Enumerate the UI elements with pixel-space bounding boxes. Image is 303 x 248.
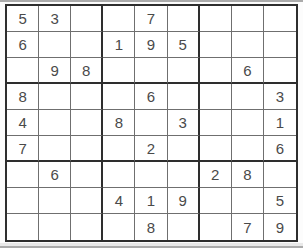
cell-r7c8[interactable]: 8 xyxy=(232,162,264,188)
cell-r2c3[interactable] xyxy=(71,32,103,58)
cell-r8c7[interactable] xyxy=(200,188,232,214)
cell-r1c3[interactable] xyxy=(71,6,103,32)
cell-r7c3[interactable] xyxy=(71,162,103,188)
cell-r4c3[interactable] xyxy=(71,84,103,110)
sudoku-board: 537619598686348317266284195879 xyxy=(5,4,298,242)
cell-r3c1[interactable] xyxy=(7,58,39,84)
cell-r6c9[interactable]: 6 xyxy=(264,136,296,162)
cell-r2c7[interactable] xyxy=(200,32,232,58)
cell-r3c3[interactable]: 8 xyxy=(71,58,103,84)
cell-r7c1[interactable] xyxy=(7,162,39,188)
cell-r9c5[interactable]: 8 xyxy=(135,214,167,240)
cell-r4c4[interactable] xyxy=(103,84,135,110)
cell-r1c5[interactable]: 7 xyxy=(135,6,167,32)
cell-r3c8[interactable]: 6 xyxy=(232,58,264,84)
cell-r6c8[interactable] xyxy=(232,136,264,162)
cell-r5c5[interactable] xyxy=(135,110,167,136)
cell-r6c3[interactable] xyxy=(71,136,103,162)
cell-r5c4[interactable]: 8 xyxy=(103,110,135,136)
cell-r4c7[interactable] xyxy=(200,84,232,110)
cell-r9c9[interactable]: 9 xyxy=(264,214,296,240)
cell-r1c6[interactable] xyxy=(168,6,200,32)
cell-r4c6[interactable] xyxy=(168,84,200,110)
cell-r4c1[interactable]: 8 xyxy=(7,84,39,110)
cell-r7c2[interactable]: 6 xyxy=(39,162,71,188)
cell-r7c7[interactable]: 2 xyxy=(200,162,232,188)
cell-r1c9[interactable] xyxy=(264,6,296,32)
cell-r1c7[interactable] xyxy=(200,6,232,32)
cell-r5c8[interactable] xyxy=(232,110,264,136)
cell-r1c8[interactable] xyxy=(232,6,264,32)
cell-r1c2[interactable]: 3 xyxy=(39,6,71,32)
cell-r4c2[interactable] xyxy=(39,84,71,110)
cell-r2c5[interactable]: 9 xyxy=(135,32,167,58)
cell-r6c5[interactable]: 2 xyxy=(135,136,167,162)
cell-r3c9[interactable] xyxy=(264,58,296,84)
cell-r6c6[interactable] xyxy=(168,136,200,162)
cell-r5c9[interactable]: 1 xyxy=(264,110,296,136)
cell-r9c7[interactable] xyxy=(200,214,232,240)
cell-r8c4[interactable]: 4 xyxy=(103,188,135,214)
cell-r8c3[interactable] xyxy=(71,188,103,214)
cell-r5c1[interactable]: 4 xyxy=(7,110,39,136)
cell-r4c9[interactable]: 3 xyxy=(264,84,296,110)
cell-r8c2[interactable] xyxy=(39,188,71,214)
cell-r4c8[interactable] xyxy=(232,84,264,110)
cell-r3c6[interactable] xyxy=(168,58,200,84)
cell-r6c2[interactable] xyxy=(39,136,71,162)
cell-r5c3[interactable] xyxy=(71,110,103,136)
cell-r9c1[interactable] xyxy=(7,214,39,240)
cell-r5c2[interactable] xyxy=(39,110,71,136)
cell-r8c5[interactable]: 1 xyxy=(135,188,167,214)
cell-r3c5[interactable] xyxy=(135,58,167,84)
cell-r7c9[interactable] xyxy=(264,162,296,188)
cell-r2c1[interactable]: 6 xyxy=(7,32,39,58)
cell-r3c7[interactable] xyxy=(200,58,232,84)
cell-r1c1[interactable]: 5 xyxy=(7,6,39,32)
cell-r9c3[interactable] xyxy=(71,214,103,240)
cell-r1c4[interactable] xyxy=(103,6,135,32)
cell-r2c8[interactable] xyxy=(232,32,264,58)
cell-r9c8[interactable]: 7 xyxy=(232,214,264,240)
cell-r2c2[interactable] xyxy=(39,32,71,58)
cell-r9c4[interactable] xyxy=(103,214,135,240)
cell-r3c2[interactable]: 9 xyxy=(39,58,71,84)
cell-r5c7[interactable] xyxy=(200,110,232,136)
cell-r7c6[interactable] xyxy=(168,162,200,188)
bottom-strip xyxy=(0,243,303,248)
cell-r6c4[interactable] xyxy=(103,136,135,162)
cell-r7c4[interactable] xyxy=(103,162,135,188)
cell-r6c7[interactable] xyxy=(200,136,232,162)
cell-r5c6[interactable]: 3 xyxy=(168,110,200,136)
cell-r8c8[interactable] xyxy=(232,188,264,214)
cell-r2c4[interactable]: 1 xyxy=(103,32,135,58)
cell-r9c6[interactable] xyxy=(168,214,200,240)
cell-r3c4[interactable] xyxy=(103,58,135,84)
cell-r2c9[interactable] xyxy=(264,32,296,58)
cell-r8c6[interactable]: 9 xyxy=(168,188,200,214)
top-rule xyxy=(0,0,303,2)
cell-r6c1[interactable]: 7 xyxy=(7,136,39,162)
cell-r2c6[interactable]: 5 xyxy=(168,32,200,58)
cell-r7c5[interactable] xyxy=(135,162,167,188)
cell-r4c5[interactable]: 6 xyxy=(135,84,167,110)
cell-r8c9[interactable]: 5 xyxy=(264,188,296,214)
cell-r8c1[interactable] xyxy=(7,188,39,214)
cell-r9c2[interactable] xyxy=(39,214,71,240)
